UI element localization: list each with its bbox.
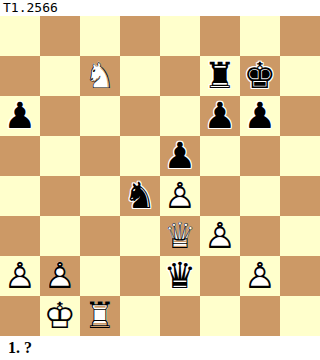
square-b2[interactable]: ♟♙ (40, 256, 80, 296)
square-h5[interactable] (280, 136, 320, 176)
square-g1[interactable] (240, 296, 280, 336)
square-h7[interactable] (280, 56, 320, 96)
square-d5[interactable] (120, 136, 160, 176)
piece-white-queen: ♛♕ (160, 216, 200, 256)
piece-white-rook: ♜♖ (80, 296, 120, 336)
square-d3[interactable] (120, 216, 160, 256)
piece-glyph-solid: ♟ (240, 96, 280, 136)
piece-black-knight: ♞ (120, 176, 160, 216)
piece-black-king: ♚ (240, 56, 280, 96)
square-e6[interactable] (160, 96, 200, 136)
square-d6[interactable] (120, 96, 160, 136)
square-e5[interactable]: ♟ (160, 136, 200, 176)
piece-white-king: ♚♔ (40, 296, 80, 336)
square-h4[interactable] (280, 176, 320, 216)
square-a3[interactable] (0, 216, 40, 256)
square-e2[interactable]: ♛ (160, 256, 200, 296)
square-f1[interactable] (200, 296, 240, 336)
square-b7[interactable] (40, 56, 80, 96)
piece-black-pawn: ♟ (160, 136, 200, 176)
square-g8[interactable] (240, 16, 280, 56)
square-a6[interactable]: ♟ (0, 96, 40, 136)
square-f5[interactable] (200, 136, 240, 176)
square-e1[interactable] (160, 296, 200, 336)
square-c7[interactable]: ♞♘ (80, 56, 120, 96)
square-d7[interactable] (120, 56, 160, 96)
square-h2[interactable] (280, 256, 320, 296)
piece-glyph-outline: ♙ (0, 256, 40, 296)
chess-puzzle-window: T1.2566 ♞♘♜♚♟♟♟♟♞♟♙♛♕♟♙♟♙♟♙♛♟♙♚♔♜♖ 1. ? (0, 0, 320, 360)
square-g7[interactable]: ♚ (240, 56, 280, 96)
piece-glyph-outline: ♕ (160, 216, 200, 256)
square-a7[interactable] (0, 56, 40, 96)
piece-glyph-outline: ♘ (80, 56, 120, 96)
square-g5[interactable] (240, 136, 280, 176)
piece-glyph-outline: ♙ (240, 256, 280, 296)
square-e8[interactable] (160, 16, 200, 56)
square-f8[interactable] (200, 16, 240, 56)
square-e4[interactable]: ♟♙ (160, 176, 200, 216)
square-f2[interactable] (200, 256, 240, 296)
square-b8[interactable] (40, 16, 80, 56)
square-g6[interactable]: ♟ (240, 96, 280, 136)
square-h1[interactable] (280, 296, 320, 336)
square-a4[interactable] (0, 176, 40, 216)
move-prompt: 1. ? (0, 336, 320, 360)
square-a8[interactable] (0, 16, 40, 56)
square-c5[interactable] (80, 136, 120, 176)
square-d1[interactable] (120, 296, 160, 336)
square-c8[interactable] (80, 16, 120, 56)
piece-glyph-solid: ♛ (160, 256, 200, 296)
piece-glyph-solid: ♚ (240, 56, 280, 96)
square-e7[interactable] (160, 56, 200, 96)
piece-white-pawn: ♟♙ (0, 256, 40, 296)
square-f7[interactable]: ♜ (200, 56, 240, 96)
piece-black-pawn: ♟ (240, 96, 280, 136)
piece-glyph-outline: ♔ (40, 296, 80, 336)
square-b6[interactable] (40, 96, 80, 136)
piece-glyph-outline: ♙ (40, 256, 80, 296)
square-a2[interactable]: ♟♙ (0, 256, 40, 296)
square-b3[interactable] (40, 216, 80, 256)
square-c1[interactable]: ♜♖ (80, 296, 120, 336)
square-g4[interactable] (240, 176, 280, 216)
square-b4[interactable] (40, 176, 80, 216)
piece-white-knight: ♞♘ (80, 56, 120, 96)
piece-white-pawn: ♟♙ (200, 216, 240, 256)
square-h6[interactable] (280, 96, 320, 136)
square-f4[interactable] (200, 176, 240, 216)
square-b1[interactable]: ♚♔ (40, 296, 80, 336)
piece-black-pawn: ♟ (0, 96, 40, 136)
square-d4[interactable]: ♞ (120, 176, 160, 216)
piece-white-pawn: ♟♙ (240, 256, 280, 296)
piece-glyph-solid: ♟ (0, 96, 40, 136)
square-c4[interactable] (80, 176, 120, 216)
square-c2[interactable] (80, 256, 120, 296)
square-a1[interactable] (0, 296, 40, 336)
piece-glyph-outline: ♙ (160, 176, 200, 216)
piece-glyph-outline: ♙ (200, 216, 240, 256)
square-g2[interactable]: ♟♙ (240, 256, 280, 296)
square-e3[interactable]: ♛♕ (160, 216, 200, 256)
piece-black-pawn: ♟ (200, 96, 240, 136)
puzzle-id-title: T1.2566 (0, 0, 320, 16)
square-d8[interactable] (120, 16, 160, 56)
square-c6[interactable] (80, 96, 120, 136)
piece-glyph-solid: ♞ (120, 176, 160, 216)
square-g3[interactable] (240, 216, 280, 256)
piece-black-queen: ♛ (160, 256, 200, 296)
square-h8[interactable] (280, 16, 320, 56)
square-f6[interactable]: ♟ (200, 96, 240, 136)
piece-glyph-solid: ♟ (200, 96, 240, 136)
piece-glyph-solid: ♟ (160, 136, 200, 176)
square-c3[interactable] (80, 216, 120, 256)
piece-white-pawn: ♟♙ (160, 176, 200, 216)
square-f3[interactable]: ♟♙ (200, 216, 240, 256)
piece-black-rook: ♜ (200, 56, 240, 96)
piece-glyph-solid: ♜ (200, 56, 240, 96)
chess-board: ♞♘♜♚♟♟♟♟♞♟♙♛♕♟♙♟♙♟♙♛♟♙♚♔♜♖ (0, 16, 320, 336)
square-h3[interactable] (280, 216, 320, 256)
square-b5[interactable] (40, 136, 80, 176)
square-d2[interactable] (120, 256, 160, 296)
piece-white-pawn: ♟♙ (40, 256, 80, 296)
square-a5[interactable] (0, 136, 40, 176)
piece-glyph-outline: ♖ (80, 296, 120, 336)
